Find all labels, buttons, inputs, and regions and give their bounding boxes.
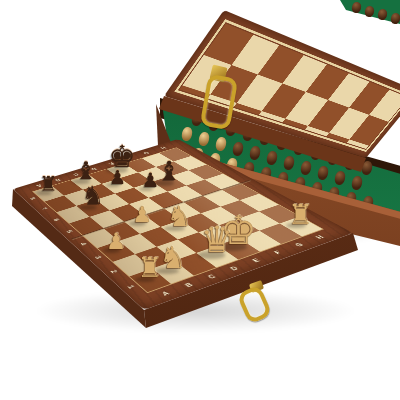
stored-piece bbox=[276, 135, 289, 151]
stored-piece bbox=[311, 181, 324, 197]
stored-piece bbox=[351, 1, 362, 14]
stored-piece bbox=[259, 130, 272, 146]
stored-piece bbox=[361, 160, 374, 176]
stored-piece bbox=[249, 145, 262, 161]
stored-piece bbox=[344, 155, 357, 171]
piece-shadow bbox=[286, 223, 306, 228]
piece-shadow bbox=[103, 248, 120, 252]
stored-piece bbox=[266, 150, 279, 166]
piece-shadow bbox=[135, 277, 155, 282]
stored-piece bbox=[293, 140, 306, 156]
stored-piece bbox=[232, 141, 245, 157]
piece-shadow bbox=[79, 205, 98, 210]
stored-piece bbox=[260, 166, 273, 182]
stored-piece bbox=[181, 126, 194, 142]
stored-piece bbox=[215, 136, 228, 152]
piece-shadow bbox=[36, 191, 51, 195]
stored-piece bbox=[390, 12, 400, 25]
stored-piece bbox=[310, 145, 323, 161]
piece-shadow bbox=[72, 179, 90, 184]
stored-piece bbox=[242, 126, 255, 142]
piece-shadow bbox=[198, 251, 225, 258]
stored-piece bbox=[377, 8, 388, 21]
stored-piece bbox=[198, 131, 211, 147]
product-photo: AABBCCDDEEFFGGHH12345678 ♜♞♛♚♜♟♟♞♜♝♚♟♞♟♝ bbox=[0, 0, 400, 400]
piece-shadow bbox=[156, 268, 179, 274]
stored-piece bbox=[300, 160, 313, 176]
stored-piece bbox=[294, 176, 307, 192]
stored-piece bbox=[351, 175, 364, 191]
stored-piece bbox=[362, 196, 375, 212]
stored-piece bbox=[345, 191, 358, 207]
stored-piece bbox=[277, 171, 290, 187]
piece-shadow bbox=[154, 180, 174, 185]
stored-piece bbox=[283, 155, 296, 171]
board-shadow bbox=[28, 288, 363, 334]
stored-piece bbox=[334, 170, 347, 186]
stored-piece bbox=[328, 186, 341, 202]
stored-piece bbox=[327, 150, 340, 166]
piece-shadow bbox=[129, 221, 145, 225]
stored-piece bbox=[364, 5, 375, 18]
piece-shadow bbox=[106, 167, 129, 173]
stored-piece bbox=[317, 165, 330, 181]
